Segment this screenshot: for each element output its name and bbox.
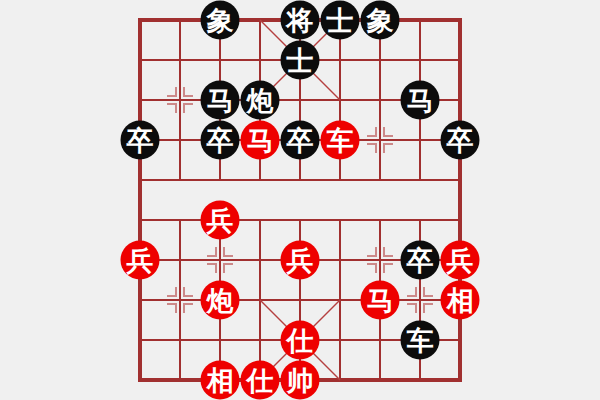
piece-red-soldier[interactable]: 兵 — [441, 241, 480, 280]
piece-black-soldier[interactable]: 卒 — [401, 241, 440, 280]
piece-red-chariot[interactable]: 车 — [321, 121, 360, 160]
piece-black-horse[interactable]: 马 — [201, 81, 240, 120]
pieces-layer: 象将士象士马炮马卒卒马卒车卒兵兵兵卒兵炮马相仕车相仕帅 — [0, 0, 600, 400]
piece-red-general[interactable]: 帅 — [281, 361, 320, 400]
piece-red-soldier[interactable]: 兵 — [121, 241, 160, 280]
piece-black-advisor[interactable]: 士 — [321, 1, 360, 40]
piece-red-horse[interactable]: 马 — [241, 121, 280, 160]
piece-red-elephant[interactable]: 相 — [201, 361, 240, 400]
piece-black-soldier[interactable]: 卒 — [201, 121, 240, 160]
piece-red-advisor[interactable]: 仕 — [281, 321, 320, 360]
piece-red-soldier[interactable]: 兵 — [281, 241, 320, 280]
piece-black-cannon[interactable]: 炮 — [241, 81, 280, 120]
piece-black-soldier[interactable]: 卒 — [281, 121, 320, 160]
piece-black-elephant[interactable]: 象 — [361, 1, 400, 40]
piece-black-horse[interactable]: 马 — [401, 81, 440, 120]
piece-red-soldier[interactable]: 兵 — [201, 201, 240, 240]
piece-black-soldier[interactable]: 卒 — [441, 121, 480, 160]
piece-red-advisor[interactable]: 仕 — [241, 361, 280, 400]
piece-black-general[interactable]: 将 — [281, 1, 320, 40]
xiangqi-board: 象将士象士马炮马卒卒马卒车卒兵兵兵卒兵炮马相仕车相仕帅 — [0, 0, 600, 400]
piece-black-advisor[interactable]: 士 — [281, 41, 320, 80]
piece-red-elephant[interactable]: 相 — [441, 281, 480, 320]
piece-black-soldier[interactable]: 卒 — [121, 121, 160, 160]
piece-red-horse[interactable]: 马 — [361, 281, 400, 320]
piece-black-elephant[interactable]: 象 — [201, 1, 240, 40]
piece-red-cannon[interactable]: 炮 — [201, 281, 240, 320]
piece-black-chariot[interactable]: 车 — [401, 321, 440, 360]
